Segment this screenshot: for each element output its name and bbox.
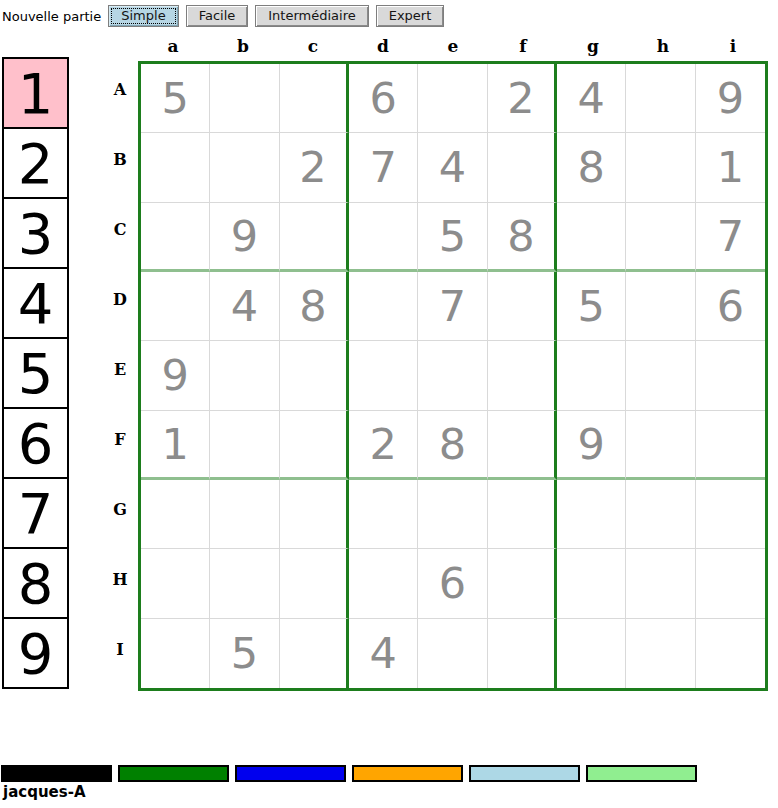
cell-Ae[interactable] bbox=[418, 64, 487, 133]
numpad-cell-4[interactable]: 4 bbox=[2, 267, 69, 339]
cell-Bb[interactable] bbox=[210, 133, 279, 202]
cell-Dc[interactable]: 8 bbox=[280, 272, 349, 341]
cell-Ed[interactable] bbox=[349, 341, 418, 410]
cell-Af[interactable]: 2 bbox=[488, 64, 557, 133]
column-label-d: d bbox=[348, 34, 418, 58]
cell-Ag[interactable]: 4 bbox=[557, 64, 626, 133]
column-label-b: b bbox=[208, 34, 278, 58]
numpad-cell-9[interactable]: 9 bbox=[2, 617, 69, 689]
row-label-B: B bbox=[106, 124, 134, 194]
numpad-cell-7[interactable]: 7 bbox=[2, 477, 69, 549]
cell-Be[interactable]: 4 bbox=[418, 133, 487, 202]
cell-Ch[interactable] bbox=[626, 203, 695, 272]
cell-Bh[interactable] bbox=[626, 133, 695, 202]
cell-Gi[interactable] bbox=[696, 480, 765, 549]
row-label-I: I bbox=[106, 614, 134, 684]
cell-Id[interactable]: 4 bbox=[349, 619, 418, 688]
column-label-f: f bbox=[488, 34, 558, 58]
cell-Ai[interactable]: 9 bbox=[696, 64, 765, 133]
row-label-D: D bbox=[106, 264, 134, 334]
cell-Ab[interactable] bbox=[210, 64, 279, 133]
cell-Ca[interactable] bbox=[141, 203, 210, 272]
cell-Ha[interactable] bbox=[141, 549, 210, 618]
numpad-cell-1[interactable]: 1 bbox=[2, 57, 69, 129]
status-bar-6 bbox=[586, 765, 697, 782]
cell-Bd[interactable]: 7 bbox=[349, 133, 418, 202]
cell-Fg[interactable]: 9 bbox=[557, 411, 626, 480]
cell-Gc[interactable] bbox=[280, 480, 349, 549]
cell-Gh[interactable] bbox=[626, 480, 695, 549]
cell-If[interactable] bbox=[488, 619, 557, 688]
column-label-h: h bbox=[628, 34, 698, 58]
toolbar: Nouvelle partie Simple Facile Intermédia… bbox=[2, 3, 451, 29]
cell-Fb[interactable] bbox=[210, 411, 279, 480]
cell-Eg[interactable] bbox=[557, 341, 626, 410]
cell-Fa[interactable]: 1 bbox=[141, 411, 210, 480]
cell-Hc[interactable] bbox=[280, 549, 349, 618]
difficulty-button-intermediaire[interactable]: Intermédiaire bbox=[255, 5, 368, 27]
cell-Bc[interactable]: 2 bbox=[280, 133, 349, 202]
cell-Dg[interactable]: 5 bbox=[557, 272, 626, 341]
cell-Ic[interactable] bbox=[280, 619, 349, 688]
player-name: jacques-A bbox=[3, 783, 86, 801]
row-label-A: A bbox=[106, 54, 134, 124]
cell-Hf[interactable] bbox=[488, 549, 557, 618]
numpad-cell-5[interactable]: 5 bbox=[2, 337, 69, 409]
cell-Ad[interactable]: 6 bbox=[349, 64, 418, 133]
cell-Di[interactable]: 6 bbox=[696, 272, 765, 341]
number-pad: 123456789 bbox=[2, 57, 69, 689]
status-bar-2 bbox=[118, 765, 229, 782]
cell-Dd[interactable] bbox=[349, 272, 418, 341]
cell-Ig[interactable] bbox=[557, 619, 626, 688]
cell-Ef[interactable] bbox=[488, 341, 557, 410]
cell-Bi[interactable]: 1 bbox=[696, 133, 765, 202]
row-label-F: F bbox=[106, 404, 134, 474]
cell-Ff[interactable] bbox=[488, 411, 557, 480]
numpad-cell-6[interactable]: 6 bbox=[2, 407, 69, 479]
cell-Ih[interactable] bbox=[626, 619, 695, 688]
cell-Hd[interactable] bbox=[349, 549, 418, 618]
cell-Gb[interactable] bbox=[210, 480, 279, 549]
cell-Eh[interactable] bbox=[626, 341, 695, 410]
cell-Ea[interactable]: 9 bbox=[141, 341, 210, 410]
cell-Bf[interactable] bbox=[488, 133, 557, 202]
cell-Ga[interactable] bbox=[141, 480, 210, 549]
column-label-e: e bbox=[418, 34, 488, 58]
cell-Hi[interactable] bbox=[696, 549, 765, 618]
cell-Fe[interactable]: 8 bbox=[418, 411, 487, 480]
cell-Ie[interactable] bbox=[418, 619, 487, 688]
column-labels: abcdefghi bbox=[138, 34, 768, 58]
cell-Ec[interactable] bbox=[280, 341, 349, 410]
cell-Aa[interactable]: 5 bbox=[141, 64, 210, 133]
status-bars bbox=[1, 765, 697, 782]
cell-Fd[interactable]: 2 bbox=[349, 411, 418, 480]
cell-Gd[interactable] bbox=[349, 480, 418, 549]
cell-He[interactable]: 6 bbox=[418, 549, 487, 618]
cell-Eb[interactable] bbox=[210, 341, 279, 410]
cell-Ba[interactable] bbox=[141, 133, 210, 202]
cell-Ci[interactable]: 7 bbox=[696, 203, 765, 272]
status-bar-5 bbox=[469, 765, 580, 782]
new-game-label: Nouvelle partie bbox=[2, 9, 101, 24]
sudoku-board: 562492748195874875691289654 bbox=[138, 61, 768, 691]
cell-Hg[interactable] bbox=[557, 549, 626, 618]
column-label-i: i bbox=[698, 34, 768, 58]
cell-Cd[interactable] bbox=[349, 203, 418, 272]
cell-Ii[interactable] bbox=[696, 619, 765, 688]
numpad-cell-3[interactable]: 3 bbox=[2, 197, 69, 269]
cell-Db[interactable]: 4 bbox=[210, 272, 279, 341]
row-label-E: E bbox=[106, 334, 134, 404]
cell-Fh[interactable] bbox=[626, 411, 695, 480]
numpad-cell-2[interactable]: 2 bbox=[2, 127, 69, 199]
column-label-g: g bbox=[558, 34, 628, 58]
column-label-c: c bbox=[278, 34, 348, 58]
cell-Gf[interactable] bbox=[488, 480, 557, 549]
column-label-a: a bbox=[138, 34, 208, 58]
cell-Cc[interactable] bbox=[280, 203, 349, 272]
cell-Dh[interactable] bbox=[626, 272, 695, 341]
cell-De[interactable]: 7 bbox=[418, 272, 487, 341]
cell-Ce[interactable]: 5 bbox=[418, 203, 487, 272]
status-bar-3 bbox=[235, 765, 346, 782]
cell-Cg[interactable] bbox=[557, 203, 626, 272]
cell-Ee[interactable] bbox=[418, 341, 487, 410]
difficulty-button-facile[interactable]: Facile bbox=[186, 5, 249, 27]
cell-Fc[interactable] bbox=[280, 411, 349, 480]
cell-Ah[interactable] bbox=[626, 64, 695, 133]
cell-Cf[interactable]: 8 bbox=[488, 203, 557, 272]
row-label-H: H bbox=[106, 544, 134, 614]
difficulty-button-expert[interactable]: Expert bbox=[376, 5, 445, 27]
cell-Da[interactable] bbox=[141, 272, 210, 341]
cell-Ge[interactable] bbox=[418, 480, 487, 549]
cell-Ei[interactable] bbox=[696, 341, 765, 410]
row-label-G: G bbox=[106, 474, 134, 544]
cell-Df[interactable] bbox=[488, 272, 557, 341]
cell-Ia[interactable] bbox=[141, 619, 210, 688]
row-label-C: C bbox=[106, 194, 134, 264]
status-bar-4 bbox=[352, 765, 463, 782]
cell-Hh[interactable] bbox=[626, 549, 695, 618]
cell-Fi[interactable] bbox=[696, 411, 765, 480]
numpad-cell-8[interactable]: 8 bbox=[2, 547, 69, 619]
difficulty-button-simple[interactable]: Simple bbox=[108, 5, 178, 27]
status-bar-1 bbox=[1, 765, 112, 782]
row-labels: ABCDEFGHI bbox=[106, 61, 134, 691]
cell-Ac[interactable] bbox=[280, 64, 349, 133]
cell-Hb[interactable] bbox=[210, 549, 279, 618]
cell-Ib[interactable]: 5 bbox=[210, 619, 279, 688]
cell-Cb[interactable]: 9 bbox=[210, 203, 279, 272]
cell-Gg[interactable] bbox=[557, 480, 626, 549]
cell-Bg[interactable]: 8 bbox=[557, 133, 626, 202]
